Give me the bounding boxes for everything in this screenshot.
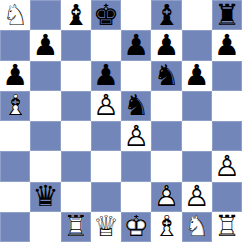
square-g4[interactable] — [182, 121, 212, 151]
square-c7[interactable] — [61, 30, 91, 60]
square-c6[interactable] — [61, 61, 91, 91]
piece-glyph: ♟ — [0, 61, 30, 91]
square-h2[interactable] — [212, 182, 242, 212]
piece-black-knight: ♞ — [151, 61, 181, 91]
square-g1[interactable]: ♞♘ — [182, 212, 212, 242]
piece-glyph: ♜ — [212, 0, 242, 30]
piece-white-bishop: ♝♗ — [0, 91, 30, 121]
piece-white-pawn: ♟♙ — [151, 182, 181, 212]
square-d5[interactable]: ♟♙ — [91, 91, 121, 121]
square-g7[interactable] — [182, 30, 212, 60]
piece-glyph: ♝ — [61, 0, 91, 30]
piece-glyph: ♚ — [91, 0, 121, 30]
piece-outline-layer: ♖ — [61, 212, 91, 242]
square-d6[interactable]: ♟ — [91, 61, 121, 91]
square-b6[interactable] — [30, 61, 60, 91]
square-a8[interactable]: ♞♘ — [0, 0, 30, 30]
piece-black-pawn: ♟ — [182, 61, 212, 91]
square-b1[interactable] — [30, 212, 60, 242]
piece-outline-layer: ♗ — [151, 212, 181, 242]
piece-outline-layer: ♙ — [91, 91, 121, 121]
piece-black-knight: ♞ — [121, 91, 151, 121]
square-h1[interactable]: ♜♖ — [212, 212, 242, 242]
piece-outline-layer: ♙ — [151, 182, 181, 212]
square-d2[interactable] — [91, 182, 121, 212]
piece-glyph: ♟ — [91, 61, 121, 91]
piece-glyph: ♝ — [151, 0, 181, 30]
square-e2[interactable] — [121, 182, 151, 212]
square-c5[interactable] — [61, 91, 91, 121]
square-e3[interactable] — [121, 151, 151, 181]
square-b3[interactable] — [30, 151, 60, 181]
square-h8[interactable]: ♜ — [212, 0, 242, 30]
square-b8[interactable] — [30, 0, 60, 30]
square-f1[interactable]: ♝♗ — [151, 212, 181, 242]
piece-outline-layer: ♙ — [212, 151, 242, 181]
piece-white-rook: ♜♖ — [61, 212, 91, 242]
piece-glyph: ♞ — [151, 61, 181, 91]
square-d8[interactable]: ♚ — [91, 0, 121, 30]
square-h5[interactable] — [212, 91, 242, 121]
square-d1[interactable]: ♛♕ — [91, 212, 121, 242]
piece-black-pawn: ♟ — [0, 61, 30, 91]
square-g6[interactable]: ♟ — [182, 61, 212, 91]
piece-outline-layer: ♙ — [121, 121, 151, 151]
piece-outline-layer: ♘ — [182, 212, 212, 242]
piece-black-pawn: ♟ — [30, 30, 60, 60]
piece-outline-layer: ♕ — [91, 212, 121, 242]
square-g2[interactable]: ♟♙ — [182, 182, 212, 212]
square-g8[interactable] — [182, 0, 212, 30]
piece-white-pawn: ♟♙ — [212, 151, 242, 181]
piece-outline-layer: ♙ — [182, 182, 212, 212]
piece-black-rook: ♜ — [212, 0, 242, 30]
square-f4[interactable] — [151, 121, 181, 151]
square-d7[interactable] — [91, 30, 121, 60]
piece-outline-layer: ♗ — [0, 91, 30, 121]
chess-board: ♞♘♝♚♝♜♟♟♟♟♟♟♞♟♝♗♟♙♞♟♙♟♙♛♟♙♟♙♜♖♛♕♚♔♝♗♞♘♜♖ — [0, 0, 242, 242]
piece-glyph: ♟ — [151, 30, 181, 60]
square-h7[interactable]: ♟ — [212, 30, 242, 60]
square-d4[interactable] — [91, 121, 121, 151]
square-a4[interactable] — [0, 121, 30, 151]
piece-black-king: ♚ — [91, 0, 121, 30]
square-a1[interactable] — [0, 212, 30, 242]
piece-black-bishop: ♝ — [151, 0, 181, 30]
piece-black-pawn: ♟ — [212, 30, 242, 60]
square-f8[interactable]: ♝ — [151, 0, 181, 30]
square-e5[interactable]: ♞ — [121, 91, 151, 121]
square-g5[interactable] — [182, 91, 212, 121]
piece-glyph: ♟ — [30, 30, 60, 60]
square-a5[interactable]: ♝♗ — [0, 91, 30, 121]
piece-outline-layer: ♘ — [0, 0, 30, 30]
piece-black-pawn: ♟ — [151, 30, 181, 60]
piece-black-pawn: ♟ — [121, 30, 151, 60]
piece-white-knight: ♞♘ — [182, 212, 212, 242]
square-h4[interactable] — [212, 121, 242, 151]
square-c2[interactable] — [61, 182, 91, 212]
piece-outline-layer: ♖ — [212, 212, 242, 242]
square-e4[interactable]: ♟♙ — [121, 121, 151, 151]
piece-white-pawn: ♟♙ — [91, 91, 121, 121]
square-c8[interactable]: ♝ — [61, 0, 91, 30]
piece-white-rook: ♜♖ — [212, 212, 242, 242]
square-d3[interactable] — [91, 151, 121, 181]
square-b5[interactable] — [30, 91, 60, 121]
square-b7[interactable]: ♟ — [30, 30, 60, 60]
square-e8[interactable] — [121, 0, 151, 30]
piece-glyph: ♟ — [212, 30, 242, 60]
piece-black-bishop: ♝ — [61, 0, 91, 30]
piece-white-knight: ♞♘ — [0, 0, 30, 30]
piece-outline-layer: ♔ — [121, 212, 151, 242]
square-b2[interactable]: ♛ — [30, 182, 60, 212]
square-b4[interactable] — [30, 121, 60, 151]
square-h6[interactable] — [212, 61, 242, 91]
square-e7[interactable]: ♟ — [121, 30, 151, 60]
piece-glyph: ♛ — [30, 182, 60, 212]
square-e6[interactable] — [121, 61, 151, 91]
square-a3[interactable] — [0, 151, 30, 181]
square-c3[interactable] — [61, 151, 91, 181]
square-f5[interactable] — [151, 91, 181, 121]
piece-glyph: ♟ — [121, 30, 151, 60]
piece-white-queen: ♛♕ — [91, 212, 121, 242]
square-e1[interactable]: ♚♔ — [121, 212, 151, 242]
square-f6[interactable]: ♞ — [151, 61, 181, 91]
square-f2[interactable]: ♟♙ — [151, 182, 181, 212]
square-c4[interactable] — [61, 121, 91, 151]
piece-black-queen: ♛ — [30, 182, 60, 212]
piece-white-pawn: ♟♙ — [121, 121, 151, 151]
square-h3[interactable]: ♟♙ — [212, 151, 242, 181]
square-f7[interactable]: ♟ — [151, 30, 181, 60]
piece-white-bishop: ♝♗ — [151, 212, 181, 242]
square-g3[interactable] — [182, 151, 212, 181]
square-a6[interactable]: ♟ — [0, 61, 30, 91]
square-a7[interactable] — [0, 30, 30, 60]
piece-white-pawn: ♟♙ — [182, 182, 212, 212]
square-f3[interactable] — [151, 151, 181, 181]
piece-white-king: ♚♔ — [121, 212, 151, 242]
piece-glyph: ♟ — [182, 61, 212, 91]
piece-glyph: ♞ — [121, 91, 151, 121]
square-c1[interactable]: ♜♖ — [61, 212, 91, 242]
square-a2[interactable] — [0, 182, 30, 212]
piece-black-pawn: ♟ — [91, 61, 121, 91]
